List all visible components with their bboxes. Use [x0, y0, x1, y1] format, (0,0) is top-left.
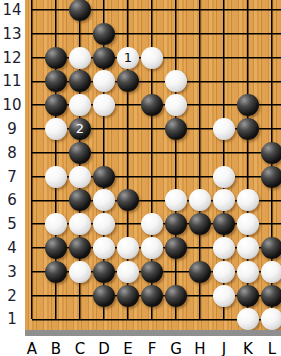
intersection-J3[interactable]: [212, 260, 236, 284]
intersection-K3[interactable]: [236, 260, 260, 284]
intersection-C3[interactable]: [68, 260, 92, 284]
black-stone-D13: [93, 23, 115, 45]
black-stone-D3: [93, 261, 115, 283]
intersection-G12[interactable]: [164, 46, 188, 70]
column-label-L: L: [268, 340, 276, 356]
row-label-3: 3: [0, 263, 24, 281]
white-stone-B9: [45, 118, 67, 140]
intersection-A9[interactable]: [25, 117, 44, 141]
intersection-H1[interactable]: [188, 307, 212, 330]
intersection-J6[interactable]: [212, 188, 236, 212]
black-stone-C6: [69, 189, 91, 211]
intersection-H8[interactable]: [188, 141, 212, 165]
intersection-L7[interactable]: [260, 165, 281, 189]
intersection-F10[interactable]: [140, 93, 164, 117]
move-number-label: 1: [124, 51, 132, 64]
intersection-L5[interactable]: [260, 212, 281, 236]
intersection-C2[interactable]: [68, 284, 92, 308]
black-stone-F10: [141, 94, 163, 116]
white-stone-F5: [141, 213, 163, 235]
intersection-B8[interactable]: [44, 141, 68, 165]
intersection-E8[interactable]: [116, 141, 140, 165]
white-stone-J3: [213, 261, 235, 283]
row-label-1: 1: [0, 310, 24, 328]
intersection-K1[interactable]: [236, 307, 260, 330]
intersection-L6[interactable]: [260, 188, 281, 212]
intersection-H5[interactable]: [188, 212, 212, 236]
intersection-K4[interactable]: [236, 236, 260, 260]
intersection-C9[interactable]: 2: [68, 117, 92, 141]
white-stone-L3: [261, 261, 281, 283]
intersection-H11[interactable]: [188, 70, 212, 94]
intersection-J2[interactable]: [212, 284, 236, 308]
row-label-4: 4: [0, 239, 24, 257]
intersection-C12[interactable]: [68, 46, 92, 70]
intersection-B10[interactable]: [44, 93, 68, 117]
intersection-F13[interactable]: [140, 22, 164, 46]
intersection-K11[interactable]: [236, 70, 260, 94]
white-stone-J6: [213, 189, 235, 211]
intersection-L12[interactable]: [260, 46, 281, 70]
intersection-J11[interactable]: [212, 70, 236, 94]
intersection-E10[interactable]: [116, 93, 140, 117]
intersection-F12[interactable]: [140, 46, 164, 70]
intersection-L11[interactable]: [260, 70, 281, 94]
intersection-K13[interactable]: [236, 22, 260, 46]
white-stone-C3: [69, 261, 91, 283]
column-label-E: E: [123, 340, 132, 356]
column-label-K: K: [243, 340, 253, 356]
intersection-L9[interactable]: [260, 117, 281, 141]
intersection-H2[interactable]: [188, 284, 212, 308]
black-stone-K9: [237, 118, 259, 140]
black-stone-L8: [261, 142, 281, 164]
intersection-C6[interactable]: [68, 188, 92, 212]
row-label-12: 12: [0, 49, 24, 67]
white-stone-K5: [237, 213, 259, 235]
intersection-A11[interactable]: [25, 70, 44, 94]
white-stone-J9: [213, 118, 235, 140]
black-stone-B4: [45, 237, 67, 259]
go-board-grid: 12: [25, 0, 281, 330]
black-stone-D12: [93, 47, 115, 69]
intersection-E3[interactable]: [116, 260, 140, 284]
intersection-F11[interactable]: [140, 70, 164, 94]
column-label-F: F: [148, 340, 157, 356]
intersection-L2[interactable]: [260, 284, 281, 308]
go-board: 12: [25, 0, 281, 330]
black-stone-B12: [45, 47, 67, 69]
intersection-C10[interactable]: [68, 93, 92, 117]
intersection-J7[interactable]: [212, 165, 236, 189]
white-stone-C10: [69, 94, 91, 116]
white-stone-E12: 1: [117, 47, 139, 69]
intersection-H7[interactable]: [188, 165, 212, 189]
black-stone-F2: [141, 285, 163, 307]
intersection-K8[interactable]: [236, 141, 260, 165]
intersection-B7[interactable]: [44, 165, 68, 189]
row-label-6: 6: [0, 191, 24, 209]
white-stone-K3: [237, 261, 259, 283]
black-stone-K10: [237, 94, 259, 116]
black-stone-E11: [117, 70, 139, 92]
intersection-F1[interactable]: [140, 307, 164, 330]
intersection-B11[interactable]: [44, 70, 68, 94]
intersection-J14[interactable]: [212, 0, 236, 22]
row-label-5: 5: [0, 215, 24, 233]
white-stone-C7: [69, 166, 91, 188]
intersection-C5[interactable]: [68, 212, 92, 236]
column-labels: ABCDEFGHJKL: [0, 340, 281, 356]
intersection-J12[interactable]: [212, 46, 236, 70]
intersection-K2[interactable]: [236, 284, 260, 308]
intersection-K7[interactable]: [236, 165, 260, 189]
intersection-B1[interactable]: [44, 307, 68, 330]
white-stone-J4: [213, 237, 235, 259]
intersection-D3[interactable]: [92, 260, 116, 284]
white-stone-D4: [93, 237, 115, 259]
white-stone-D10: [93, 94, 115, 116]
white-stone-D5: [93, 213, 115, 235]
column-label-A: A: [27, 340, 37, 356]
intersection-D10[interactable]: [92, 93, 116, 117]
intersection-F3[interactable]: [140, 260, 164, 284]
intersection-E11[interactable]: [116, 70, 140, 94]
intersection-D6[interactable]: [92, 188, 116, 212]
row-label-7: 7: [0, 168, 24, 186]
intersection-G10[interactable]: [164, 93, 188, 117]
intersection-E4[interactable]: [116, 236, 140, 260]
white-stone-K4: [237, 237, 259, 259]
row-label-8: 8: [0, 144, 24, 162]
intersection-G1[interactable]: [164, 307, 188, 330]
black-stone-G4: [165, 237, 187, 259]
intersection-H6[interactable]: [188, 188, 212, 212]
black-stone-L4: [261, 237, 281, 259]
intersection-K6[interactable]: [236, 188, 260, 212]
intersection-G5[interactable]: [164, 212, 188, 236]
column-label-B: B: [51, 340, 61, 356]
board-shadow-bar: [25, 330, 281, 336]
black-stone-B3: [45, 261, 67, 283]
intersection-L10[interactable]: [260, 93, 281, 117]
white-stone-D11: [93, 70, 115, 92]
intersection-E5[interactable]: [116, 212, 140, 236]
intersection-K14[interactable]: [236, 0, 260, 22]
black-stone-G9: [165, 118, 187, 140]
intersection-A7[interactable]: [25, 165, 44, 189]
intersection-G3[interactable]: [164, 260, 188, 284]
intersection-B4[interactable]: [44, 236, 68, 260]
white-stone-G11: [165, 70, 187, 92]
intersection-C4[interactable]: [68, 236, 92, 260]
intersection-D9[interactable]: [92, 117, 116, 141]
intersection-A5[interactable]: [25, 212, 44, 236]
intersection-F6[interactable]: [140, 188, 164, 212]
intersection-E12[interactable]: 1: [116, 46, 140, 70]
black-stone-J5: [213, 213, 235, 235]
intersection-C1[interactable]: [68, 307, 92, 330]
move-number-label: 2: [76, 122, 84, 135]
row-label-13: 13: [0, 25, 24, 43]
intersection-J9[interactable]: [212, 117, 236, 141]
black-stone-D7: [93, 166, 115, 188]
intersection-J8[interactable]: [212, 141, 236, 165]
black-stone-G2: [165, 285, 187, 307]
white-stone-F4: [141, 237, 163, 259]
black-stone-F3: [141, 261, 163, 283]
black-stone-L7: [261, 166, 281, 188]
black-stone-H3: [189, 261, 211, 283]
column-label-J: J: [222, 340, 226, 356]
intersection-G13[interactable]: [164, 22, 188, 46]
white-stone-K1: [237, 308, 259, 330]
intersection-B2[interactable]: [44, 284, 68, 308]
black-stone-C9: 2: [69, 118, 91, 140]
white-stone-D6: [93, 189, 115, 211]
black-stone-E2: [117, 285, 139, 307]
intersection-B9[interactable]: [44, 117, 68, 141]
white-stone-E3: [117, 261, 139, 283]
intersection-B14[interactable]: [44, 0, 68, 22]
intersection-L4[interactable]: [260, 236, 281, 260]
black-stone-K2: [237, 285, 259, 307]
black-stone-C4: [69, 237, 91, 259]
intersection-A6[interactable]: [25, 188, 44, 212]
intersection-D12[interactable]: [92, 46, 116, 70]
intersection-C14[interactable]: [68, 0, 92, 22]
intersection-G2[interactable]: [164, 284, 188, 308]
go-diagram: 12 1413121110987654321 ABCDEFGHJKL: [0, 0, 281, 356]
intersection-D4[interactable]: [92, 236, 116, 260]
intersection-G14[interactable]: [164, 0, 188, 22]
intersection-J10[interactable]: [212, 93, 236, 117]
white-stone-B7: [45, 166, 67, 188]
intersection-C11[interactable]: [68, 70, 92, 94]
black-stone-H5: [189, 213, 211, 235]
intersection-B12[interactable]: [44, 46, 68, 70]
intersection-C7[interactable]: [68, 165, 92, 189]
intersection-B13[interactable]: [44, 22, 68, 46]
column-label-H: H: [194, 340, 205, 356]
row-label-11: 11: [0, 72, 24, 90]
intersection-G6[interactable]: [164, 188, 188, 212]
black-stone-L2: [261, 285, 281, 307]
black-stone-E6: [117, 189, 139, 211]
white-stone-J2: [213, 285, 235, 307]
intersection-K5[interactable]: [236, 212, 260, 236]
intersection-F4[interactable]: [140, 236, 164, 260]
intersection-D5[interactable]: [92, 212, 116, 236]
intersection-F5[interactable]: [140, 212, 164, 236]
intersection-F2[interactable]: [140, 284, 164, 308]
intersection-D8[interactable]: [92, 141, 116, 165]
black-stone-D2: [93, 285, 115, 307]
intersection-K12[interactable]: [236, 46, 260, 70]
white-stone-G6: [165, 189, 187, 211]
white-stone-F12: [141, 47, 163, 69]
intersection-J13[interactable]: [212, 22, 236, 46]
intersection-J5[interactable]: [212, 212, 236, 236]
intersection-H9[interactable]: [188, 117, 212, 141]
intersection-A12[interactable]: [25, 46, 44, 70]
row-label-14: 14: [0, 1, 24, 19]
white-stone-L1: [261, 308, 281, 330]
intersection-F8[interactable]: [140, 141, 164, 165]
intersection-H10[interactable]: [188, 93, 212, 117]
intersection-B6[interactable]: [44, 188, 68, 212]
intersection-C8[interactable]: [68, 141, 92, 165]
intersection-H12[interactable]: [188, 46, 212, 70]
intersection-L1[interactable]: [260, 307, 281, 330]
intersection-E7[interactable]: [116, 165, 140, 189]
intersection-D2[interactable]: [92, 284, 116, 308]
intersection-E2[interactable]: [116, 284, 140, 308]
black-stone-G5: [165, 213, 187, 235]
intersection-A3[interactable]: [25, 260, 44, 284]
intersection-G4[interactable]: [164, 236, 188, 260]
intersection-A14[interactable]: [25, 0, 44, 22]
white-stone-C5: [69, 213, 91, 235]
intersection-G8[interactable]: [164, 141, 188, 165]
intersection-H13[interactable]: [188, 22, 212, 46]
intersection-E1[interactable]: [116, 307, 140, 330]
white-stone-C12: [69, 47, 91, 69]
intersection-A10[interactable]: [25, 93, 44, 117]
intersection-D13[interactable]: [92, 22, 116, 46]
intersection-C13[interactable]: [68, 22, 92, 46]
intersection-F14[interactable]: [140, 0, 164, 22]
intersection-A13[interactable]: [25, 22, 44, 46]
intersection-A4[interactable]: [25, 236, 44, 260]
intersection-E14[interactable]: [116, 0, 140, 22]
intersection-K10[interactable]: [236, 93, 260, 117]
row-label-10: 10: [0, 96, 24, 114]
intersection-E6[interactable]: [116, 188, 140, 212]
intersection-D7[interactable]: [92, 165, 116, 189]
black-stone-C14: [69, 0, 91, 21]
intersection-J1[interactable]: [212, 307, 236, 330]
intersection-H14[interactable]: [188, 0, 212, 22]
column-label-G: G: [170, 340, 182, 356]
black-stone-C11: [69, 70, 91, 92]
intersection-L3[interactable]: [260, 260, 281, 284]
white-stone-K6: [237, 189, 259, 211]
black-stone-C8: [69, 142, 91, 164]
intersection-A2[interactable]: [25, 284, 44, 308]
intersection-J4[interactable]: [212, 236, 236, 260]
intersection-A8[interactable]: [25, 141, 44, 165]
intersection-B5[interactable]: [44, 212, 68, 236]
white-stone-G10: [165, 94, 187, 116]
intersection-H4[interactable]: [188, 236, 212, 260]
column-label-D: D: [98, 340, 110, 356]
intersection-G9[interactable]: [164, 117, 188, 141]
intersection-E9[interactable]: [116, 117, 140, 141]
row-label-2: 2: [0, 287, 24, 305]
black-stone-B10: [45, 94, 67, 116]
intersection-L8[interactable]: [260, 141, 281, 165]
white-stone-E4: [117, 237, 139, 259]
intersection-B3[interactable]: [44, 260, 68, 284]
row-label-9: 9: [0, 120, 24, 138]
intersection-E13[interactable]: [116, 22, 140, 46]
intersection-D1[interactable]: [92, 307, 116, 330]
intersection-G7[interactable]: [164, 165, 188, 189]
column-label-C: C: [75, 340, 85, 356]
intersection-H3[interactable]: [188, 260, 212, 284]
white-stone-H6: [189, 189, 211, 211]
intersection-G11[interactable]: [164, 70, 188, 94]
intersection-F7[interactable]: [140, 165, 164, 189]
intersection-L14[interactable]: [260, 0, 281, 22]
white-stone-J7: [213, 166, 235, 188]
intersection-A1[interactable]: [25, 307, 44, 330]
white-stone-B5: [45, 213, 67, 235]
intersection-F9[interactable]: [140, 117, 164, 141]
intersection-K9[interactable]: [236, 117, 260, 141]
intersection-D14[interactable]: [92, 0, 116, 22]
intersection-D11[interactable]: [92, 70, 116, 94]
black-stone-B11: [45, 70, 67, 92]
intersection-L13[interactable]: [260, 22, 281, 46]
